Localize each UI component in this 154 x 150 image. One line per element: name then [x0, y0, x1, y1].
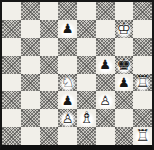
- square-f5[interactable]: ♟: [96, 56, 115, 74]
- black-pawn-d7: ♟: [58, 20, 77, 38]
- square-e1[interactable]: [77, 127, 96, 145]
- square-g5[interactable]: ♚: [115, 56, 134, 74]
- square-e8[interactable]: [77, 2, 96, 20]
- square-b4[interactable]: [21, 74, 40, 92]
- square-d5[interactable]: [58, 56, 77, 74]
- square-a7[interactable]: [2, 20, 21, 38]
- white-bishop-e2: ♗: [77, 109, 96, 127]
- square-f6[interactable]: [96, 38, 115, 56]
- square-f4[interactable]: [96, 74, 115, 92]
- square-d8[interactable]: [58, 2, 77, 20]
- square-h8[interactable]: [133, 2, 152, 20]
- square-d3[interactable]: ♟: [58, 91, 77, 109]
- square-g7[interactable]: ♔: [115, 20, 134, 38]
- square-a8[interactable]: [2, 2, 21, 20]
- square-f1[interactable]: [96, 127, 115, 145]
- square-e5[interactable]: [77, 56, 96, 74]
- square-d2[interactable]: ♙: [58, 109, 77, 127]
- square-c4[interactable]: [40, 74, 59, 92]
- square-h2[interactable]: [133, 109, 152, 127]
- white-pawn-d2: ♙: [58, 109, 77, 127]
- white-rook-h4: ♖: [133, 74, 152, 92]
- square-h1[interactable]: ♖: [133, 127, 152, 145]
- square-g6[interactable]: [115, 38, 134, 56]
- square-g4[interactable]: ♟: [115, 74, 134, 92]
- square-f7[interactable]: [96, 20, 115, 38]
- square-f3[interactable]: ♙: [96, 91, 115, 109]
- white-king-g7: ♔: [115, 20, 134, 38]
- square-e3[interactable]: [77, 91, 96, 109]
- white-knight-d4: ♘: [58, 74, 77, 92]
- square-g3[interactable]: [115, 91, 134, 109]
- square-b2[interactable]: [21, 109, 40, 127]
- square-b8[interactable]: [21, 2, 40, 20]
- black-king-g5: ♚: [115, 56, 134, 74]
- square-e2[interactable]: ♗: [77, 109, 96, 127]
- square-a5[interactable]: [2, 56, 21, 74]
- square-a1[interactable]: [2, 127, 21, 145]
- square-c6[interactable]: [40, 38, 59, 56]
- white-rook-h1: ♖: [133, 127, 152, 145]
- square-h4[interactable]: ♖: [133, 74, 152, 92]
- square-e7[interactable]: [77, 20, 96, 38]
- square-h3[interactable]: [133, 91, 152, 109]
- square-h5[interactable]: [133, 56, 152, 74]
- square-c5[interactable]: [40, 56, 59, 74]
- square-c1[interactable]: [40, 127, 59, 145]
- square-f2[interactable]: [96, 109, 115, 127]
- square-e6[interactable]: [77, 38, 96, 56]
- square-d6[interactable]: [58, 38, 77, 56]
- square-d4[interactable]: ♘: [58, 74, 77, 92]
- square-c2[interactable]: [40, 109, 59, 127]
- square-b5[interactable]: [21, 56, 40, 74]
- square-a3[interactable]: [2, 91, 21, 109]
- square-b3[interactable]: [21, 91, 40, 109]
- square-d7[interactable]: ♟: [58, 20, 77, 38]
- square-a6[interactable]: [2, 38, 21, 56]
- square-c3[interactable]: [40, 91, 59, 109]
- square-b7[interactable]: [21, 20, 40, 38]
- square-e4[interactable]: [77, 74, 96, 92]
- square-a4[interactable]: [2, 74, 21, 92]
- black-pawn-g4: ♟: [115, 74, 134, 92]
- square-h7[interactable]: [133, 20, 152, 38]
- square-b6[interactable]: [21, 38, 40, 56]
- square-g1[interactable]: [115, 127, 134, 145]
- square-g8[interactable]: [115, 2, 134, 20]
- white-pawn-f3: ♙: [96, 91, 115, 109]
- square-f8[interactable]: [96, 2, 115, 20]
- square-a2[interactable]: [2, 109, 21, 127]
- chess-board: ♟♔♟♚♘♟♖♟♙♙♗♖: [2, 2, 152, 145]
- black-pawn-d3: ♟: [58, 91, 77, 109]
- square-c8[interactable]: [40, 2, 59, 20]
- square-d1[interactable]: [58, 127, 77, 145]
- chess-diagram-scan: ♟♔♟♚♘♟♖♟♙♙♗♖: [0, 0, 154, 150]
- square-g2[interactable]: [115, 109, 134, 127]
- black-pawn-f5: ♟: [96, 56, 115, 74]
- square-c7[interactable]: [40, 20, 59, 38]
- square-b1[interactable]: [21, 127, 40, 145]
- square-h6[interactable]: [133, 38, 152, 56]
